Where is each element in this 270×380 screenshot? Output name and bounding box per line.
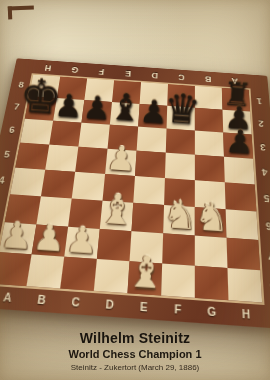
file-label-c: C (57, 288, 94, 315)
white-pawn-a2: ♟ (0, 216, 34, 254)
file-label-d: D (91, 291, 127, 318)
square-a2: ♟ (0, 222, 36, 254)
square-g2 (195, 236, 228, 268)
black-pawn-b7: ♟ (53, 90, 83, 123)
square-b4 (41, 170, 75, 199)
square-g3: ♞ (195, 207, 227, 238)
square-b1 (26, 254, 64, 288)
square-d3: ♝ (100, 201, 134, 232)
poster-title: Wilhelm Steinitz (0, 330, 270, 346)
square-d7: ♝ (110, 102, 140, 127)
square-b7: ♟ (53, 98, 84, 123)
black-pawn-h6: ♟ (224, 125, 255, 159)
square-b2: ♟ (32, 224, 68, 256)
square-e6 (137, 127, 167, 153)
white-bishop-e1: ♝ (125, 249, 167, 296)
square-f7: ♛ (167, 106, 195, 131)
square-h5 (224, 157, 255, 185)
rank-label-8: 8 (9, 73, 33, 96)
square-b6 (49, 121, 81, 147)
square-g1 (195, 266, 229, 300)
file-label-h: H (228, 300, 263, 327)
white-pawn-d5: ♟ (105, 141, 137, 176)
file-label-a: A (0, 284, 26, 311)
square-a4 (10, 168, 45, 197)
square-a5 (15, 143, 49, 170)
board-grid: ♜♚♟♟♝♟♛♟♟♟♝♞♞♟♟♟♝ (0, 73, 265, 305)
square-e5 (135, 151, 166, 178)
square-f1 (161, 264, 195, 298)
square-f6 (166, 129, 195, 155)
square-c2: ♟ (64, 227, 100, 259)
poster-caption: Steinitz - Zukertort (March 29, 1886) (0, 363, 270, 372)
rank-label-7: 7 (4, 95, 29, 119)
white-bishop-d3: ♝ (97, 188, 137, 232)
square-c5 (75, 147, 107, 174)
square-e4 (133, 176, 165, 205)
square-c1 (60, 257, 97, 291)
square-c6 (78, 123, 109, 149)
file-label-g: G (195, 298, 229, 325)
chess-board: ABCDEFGH ABCDEFGH 87654321 87654321 ♜♚♟♟… (0, 58, 270, 329)
square-e1: ♝ (127, 261, 162, 295)
black-queen-f7: ♛ (162, 88, 201, 131)
square-h6: ♟ (223, 133, 253, 159)
square-h1 (227, 268, 262, 303)
board-photo: ABCDEFGH ABCDEFGH 87654321 87654321 ♜♚♟♟… (0, 0, 270, 330)
square-f3: ♞ (163, 205, 195, 236)
square-g6 (195, 131, 224, 157)
caption-block: Wilhelm Steinitz World Chess Champion 1 … (0, 330, 270, 372)
poster-subtitle: World Chess Champion 1 (0, 348, 270, 360)
square-e3 (131, 203, 164, 234)
square-g5 (195, 155, 225, 183)
square-b5 (45, 145, 78, 172)
poster: ABCDEFGH ABCDEFGH 87654321 87654321 ♜♚♟♟… (0, 0, 270, 380)
white-pawn-b2: ♟ (32, 218, 67, 256)
square-h3 (226, 209, 259, 240)
white-pawn-c2: ♟ (64, 221, 99, 259)
square-f5 (165, 153, 195, 180)
square-a7: ♚ (25, 96, 57, 121)
square-d5: ♟ (105, 149, 137, 176)
white-knight-g3: ♞ (193, 196, 231, 238)
square-a6 (20, 119, 53, 145)
square-h2 (227, 238, 261, 271)
